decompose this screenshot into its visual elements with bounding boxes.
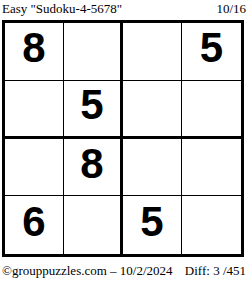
difficulty-text: Diff: 3 /451 <box>185 263 246 279</box>
cell-r3c3[interactable] <box>123 139 182 197</box>
cell-r2c3[interactable] <box>123 81 182 139</box>
cell-r3c2[interactable]: 8 <box>64 139 123 197</box>
cell-r3c4[interactable] <box>182 139 241 197</box>
puzzle-title: Easy "Sudoku-4-5678" <box>2 1 122 17</box>
copyright-text: ©grouppuzzles.com – 10/2/2024 <box>2 263 173 279</box>
puzzle-page: Easy "Sudoku-4-5678" 10/16 8 5 5 8 6 5 ©… <box>0 0 248 282</box>
cell-r2c1[interactable] <box>5 81 64 139</box>
page-header: Easy "Sudoku-4-5678" 10/16 <box>2 1 246 17</box>
cell-r4c2[interactable] <box>64 196 123 254</box>
page-footer: ©grouppuzzles.com – 10/2/2024 Diff: 3 /4… <box>2 263 246 279</box>
cell-r1c1[interactable]: 8 <box>5 23 64 81</box>
cell-r1c4[interactable]: 5 <box>182 23 241 81</box>
cell-r4c3[interactable]: 5 <box>123 196 182 254</box>
page-indicator: 10/16 <box>216 1 246 17</box>
cell-r2c4[interactable] <box>182 81 241 139</box>
cell-r3c1[interactable] <box>5 139 64 197</box>
cell-r4c1[interactable]: 6 <box>5 196 64 254</box>
sudoku-board: 8 5 5 8 6 5 <box>2 20 244 257</box>
cell-r2c2[interactable]: 5 <box>64 81 123 139</box>
cell-r1c2[interactable] <box>64 23 123 81</box>
cell-r4c4[interactable] <box>182 196 241 254</box>
cell-r1c3[interactable] <box>123 23 182 81</box>
